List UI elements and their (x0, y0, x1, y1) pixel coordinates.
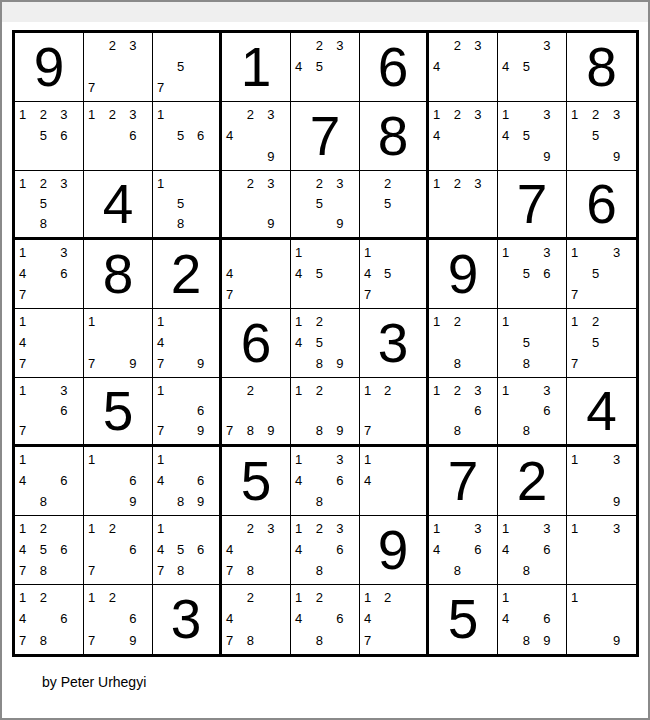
candidate-digit: 8 (40, 491, 61, 512)
candidate-digit: 1 (19, 242, 40, 263)
candidate-digit: 8 (247, 421, 268, 441)
empty-candidate-slot (613, 608, 634, 629)
cell-r2c7[interactable]: 1234 (429, 102, 498, 171)
cell-r4c6[interactable]: 1457 (360, 240, 429, 309)
candidate-digit: 1 (295, 587, 316, 608)
empty-candidate-slot (523, 146, 544, 167)
candidate-digit: 4 (295, 56, 316, 77)
candidate-digit: 6 (543, 608, 564, 629)
empty-candidate-slot (60, 421, 81, 441)
candidate-digit: 5 (384, 263, 404, 284)
empty-candidate-slot (177, 173, 197, 193)
empty-candidate-slot (474, 56, 495, 77)
candidate-grid: 1257 (567, 309, 636, 377)
candidate-digit: 3 (267, 104, 288, 125)
cell-r8c5[interactable]: 123468 (291, 516, 360, 585)
cell-r7c6[interactable]: 14 (360, 447, 429, 516)
empty-candidate-slot (336, 380, 357, 400)
candidate-digit: 4 (502, 56, 523, 77)
empty-candidate-slot (523, 311, 544, 332)
cell-r5c9[interactable]: 1257 (567, 309, 636, 378)
empty-candidate-slot (267, 539, 288, 560)
cell-r5c5[interactable]: 124589 (291, 309, 360, 378)
cell-r7c2[interactable]: 169 (84, 447, 153, 516)
candidate-digit: 3 (129, 35, 150, 56)
candidate-digit: 1 (157, 173, 177, 193)
candidate-digit: 9 (267, 146, 288, 167)
candidate-grid: 19 (567, 585, 636, 654)
empty-candidate-slot (316, 284, 337, 305)
candidate-digit: 2 (592, 311, 613, 332)
empty-candidate-slot (404, 380, 424, 400)
empty-candidate-slot (404, 421, 424, 441)
empty-candidate-slot (384, 242, 404, 263)
empty-candidate-slot (109, 630, 130, 651)
candidate-grid: 1247 (360, 585, 426, 654)
empty-candidate-slot (592, 449, 613, 470)
empty-candidate-slot (404, 630, 424, 651)
cell-r3c1[interactable]: 12358 (15, 171, 84, 240)
candidate-grid: 179 (84, 309, 152, 377)
cell-r2c4[interactable]: 2349 (222, 102, 291, 171)
empty-candidate-slot (109, 449, 130, 470)
cell-r5c3[interactable]: 1479 (153, 309, 222, 378)
candidate-grid: 25 (360, 171, 426, 237)
empty-candidate-slot (157, 56, 177, 77)
empty-candidate-slot (543, 421, 564, 441)
empty-candidate-slot (592, 587, 613, 608)
empty-candidate-slot (571, 332, 592, 353)
candidate-digit: 9 (613, 146, 634, 167)
cell-r6c3[interactable]: 1679 (153, 378, 222, 447)
empty-candidate-slot (40, 311, 61, 332)
empty-candidate-slot (336, 56, 357, 77)
candidate-grid: 239 (222, 171, 290, 237)
cell-r5c2[interactable]: 179 (84, 309, 153, 378)
cell-r3c4[interactable]: 239 (222, 171, 291, 240)
empty-candidate-slot (543, 284, 564, 305)
empty-candidate-slot (129, 587, 150, 608)
empty-candidate-slot (40, 421, 61, 441)
cell-r1c8[interactable]: 345 (498, 33, 567, 102)
empty-candidate-slot (19, 214, 40, 234)
empty-candidate-slot (474, 332, 495, 353)
candidate-digit: 6 (543, 539, 564, 560)
candidate-digit: 7 (157, 560, 177, 581)
cell-r2c2[interactable]: 1236 (84, 102, 153, 171)
cell-r7c3[interactable]: 14689 (153, 447, 222, 516)
cell-r5c1[interactable]: 147 (15, 309, 84, 378)
empty-candidate-slot (404, 470, 424, 491)
empty-candidate-slot (336, 587, 357, 608)
cell-r6c9: 4 (567, 378, 636, 447)
empty-candidate-slot (40, 146, 61, 167)
candidate-digit: 3 (543, 242, 564, 263)
empty-candidate-slot (197, 35, 217, 56)
cell-r5c7[interactable]: 128 (429, 309, 498, 378)
candidate-digit: 7 (157, 421, 177, 441)
empty-candidate-slot (384, 284, 404, 305)
empty-candidate-slot (177, 35, 197, 56)
candidate-digit: 3 (543, 518, 564, 539)
cell-r9c2[interactable]: 12679 (84, 585, 153, 654)
cell-r9c3: 3 (153, 585, 222, 654)
empty-candidate-slot (88, 56, 109, 77)
empty-candidate-slot (613, 539, 634, 560)
candidate-digit: 4 (226, 125, 247, 146)
empty-candidate-slot (404, 284, 424, 305)
empty-candidate-slot (543, 353, 564, 374)
candidate-grid: 23478 (222, 516, 290, 584)
empty-candidate-slot (592, 539, 613, 560)
candidate-grid: 2349 (222, 102, 290, 170)
empty-candidate-slot (433, 421, 454, 441)
candidate-digit: 4 (19, 332, 40, 353)
empty-candidate-slot (40, 353, 61, 374)
empty-candidate-slot (247, 242, 268, 263)
candidate-digit: 6 (60, 263, 81, 284)
candidate-digit: 3 (60, 173, 81, 193)
empty-candidate-slot (60, 491, 81, 512)
empty-candidate-slot (523, 242, 544, 263)
cell-r8c2[interactable]: 1267 (84, 516, 153, 585)
empty-candidate-slot (384, 449, 404, 470)
candidate-digit: 1 (19, 380, 40, 400)
cell-r6c1[interactable]: 1367 (15, 378, 84, 447)
empty-candidate-slot (543, 311, 564, 332)
cell-r4c5[interactable]: 145 (291, 240, 360, 309)
candidate-digit: 8 (247, 560, 268, 581)
candidate-digit: 3 (267, 518, 288, 539)
empty-candidate-slot (523, 587, 544, 608)
candidate-grid: 1367 (15, 378, 83, 444)
candidate-digit: 2 (316, 311, 337, 332)
empty-candidate-slot (384, 400, 404, 420)
empty-candidate-slot (433, 353, 454, 374)
cell-r2c1[interactable]: 12356 (15, 102, 84, 171)
empty-candidate-slot (157, 35, 177, 56)
cell-r2c3[interactable]: 156 (153, 102, 222, 171)
cell-r3c5[interactable]: 2359 (291, 171, 360, 240)
candidate-digit: 9 (197, 491, 217, 512)
empty-candidate-slot (226, 380, 247, 400)
cell-r9c5[interactable]: 12468 (291, 585, 360, 654)
candidate-grid: 147 (15, 309, 83, 377)
empty-candidate-slot (295, 284, 316, 305)
cell-r6c5[interactable]: 1289 (291, 378, 360, 447)
candidate-digit: 8 (316, 421, 337, 441)
cell-r2c9[interactable]: 12359 (567, 102, 636, 171)
empty-candidate-slot (316, 242, 337, 263)
candidate-grid: 139 (567, 447, 636, 515)
empty-candidate-slot (226, 146, 247, 167)
empty-candidate-slot (336, 400, 357, 420)
empty-candidate-slot (295, 400, 316, 420)
empty-candidate-slot (177, 311, 197, 332)
candidate-grid: 1468 (15, 447, 83, 515)
empty-candidate-slot (40, 608, 61, 629)
cell-r9c8[interactable]: 14689 (498, 585, 567, 654)
cell-r6c8[interactable]: 1368 (498, 378, 567, 447)
candidate-digit: 1 (295, 449, 316, 470)
candidate-digit: 6 (197, 470, 217, 491)
empty-candidate-slot (295, 77, 316, 98)
empty-candidate-slot (316, 214, 337, 234)
cell-r2c5: 7 (291, 102, 360, 171)
candidate-digit: 4 (157, 332, 177, 353)
empty-candidate-slot (404, 400, 424, 420)
candidate-digit: 5 (523, 125, 544, 146)
cell-r8c8[interactable]: 13468 (498, 516, 567, 585)
candidate-digit: 2 (454, 104, 475, 125)
candidate-digit: 1 (157, 518, 177, 539)
empty-candidate-slot (247, 146, 268, 167)
cell-r9c4[interactable]: 2478 (222, 585, 291, 654)
candidate-digit: 1 (364, 242, 384, 263)
given-digit: 6 (241, 316, 272, 371)
candidate-digit: 3 (543, 104, 564, 125)
empty-candidate-slot (474, 146, 495, 167)
cell-r4c9[interactable]: 1357 (567, 240, 636, 309)
candidate-digit: 2 (40, 518, 61, 539)
given-digit: 7 (310, 109, 341, 164)
candidate-digit: 2 (40, 587, 61, 608)
empty-candidate-slot (177, 146, 197, 167)
candidate-digit: 3 (474, 380, 495, 400)
candidate-digit: 1 (433, 518, 454, 539)
cell-r9c6[interactable]: 1247 (360, 585, 429, 654)
empty-candidate-slot (267, 630, 288, 651)
given-digit: 4 (586, 384, 617, 439)
cell-r7c1[interactable]: 1468 (15, 447, 84, 516)
empty-candidate-slot (592, 491, 613, 512)
cell-r2c8[interactable]: 13459 (498, 102, 567, 171)
empty-candidate-slot (177, 77, 197, 98)
given-digit: 1 (241, 40, 272, 95)
candidate-digit: 1 (502, 587, 523, 608)
empty-candidate-slot (316, 77, 337, 98)
candidate-grid: 123 (429, 171, 497, 237)
candidate-grid: 124589 (291, 309, 359, 377)
candidate-digit: 4 (502, 539, 523, 560)
candidate-digit: 7 (88, 77, 109, 98)
cell-r8c4[interactable]: 23478 (222, 516, 291, 585)
candidate-digit: 2 (109, 35, 130, 56)
cell-r8c9[interactable]: 13 (567, 516, 636, 585)
candidate-digit: 8 (316, 630, 337, 651)
empty-candidate-slot (336, 311, 357, 332)
cell-r4c8[interactable]: 1356 (498, 240, 567, 309)
empty-candidate-slot (19, 400, 40, 420)
empty-candidate-slot (226, 242, 247, 263)
empty-candidate-slot (613, 470, 634, 491)
empty-candidate-slot (502, 630, 523, 651)
empty-candidate-slot (336, 77, 357, 98)
empty-candidate-slot (88, 125, 109, 146)
candidate-digit: 9 (613, 630, 634, 651)
cell-r2c6: 8 (360, 102, 429, 171)
cell-r3c6[interactable]: 25 (360, 171, 429, 240)
given-digit: 7 (448, 454, 479, 509)
cell-r6c6[interactable]: 127 (360, 378, 429, 447)
empty-candidate-slot (129, 311, 150, 332)
cell-r9c9[interactable]: 19 (567, 585, 636, 654)
empty-candidate-slot (197, 518, 217, 539)
candidate-digit: 6 (60, 608, 81, 629)
candidate-grid: 47 (222, 240, 290, 308)
candidate-grid: 12679 (84, 585, 152, 654)
cell-r5c4: 6 (222, 309, 291, 378)
empty-candidate-slot (197, 380, 217, 400)
candidate-digit: 6 (197, 400, 217, 420)
candidate-digit: 2 (316, 35, 337, 56)
given-digit: 7 (517, 177, 548, 232)
given-digit: 5 (241, 454, 272, 509)
cell-r1c2[interactable]: 237 (84, 33, 153, 102)
candidate-digit: 2 (247, 173, 268, 193)
empty-candidate-slot (364, 173, 384, 193)
candidate-digit: 6 (129, 608, 150, 629)
empty-candidate-slot (88, 35, 109, 56)
empty-candidate-slot (592, 242, 613, 263)
empty-candidate-slot (384, 421, 404, 441)
cell-r5c8[interactable]: 158 (498, 309, 567, 378)
cell-r1c3[interactable]: 57 (153, 33, 222, 102)
candidate-digit: 4 (19, 608, 40, 629)
cell-r6c4[interactable]: 2789 (222, 378, 291, 447)
candidate-digit: 2 (316, 587, 337, 608)
empty-candidate-slot (523, 539, 544, 560)
cell-r1c7[interactable]: 234 (429, 33, 498, 102)
candidate-grid: 145678 (153, 516, 219, 584)
empty-candidate-slot (60, 214, 81, 234)
cell-r3c8: 7 (498, 171, 567, 240)
empty-candidate-slot (40, 400, 61, 420)
candidate-digit: 9 (336, 214, 357, 234)
cell-r1c9: 8 (567, 33, 636, 102)
empty-candidate-slot (197, 311, 217, 332)
candidate-digit: 3 (267, 173, 288, 193)
candidate-digit: 7 (88, 630, 109, 651)
empty-candidate-slot (60, 587, 81, 608)
candidate-digit: 1 (19, 449, 40, 470)
candidate-digit: 1 (433, 173, 454, 193)
candidate-digit: 5 (177, 125, 197, 146)
empty-candidate-slot (502, 263, 523, 284)
empty-candidate-slot (226, 587, 247, 608)
empty-candidate-slot (197, 77, 217, 98)
empty-candidate-slot (571, 491, 592, 512)
empty-candidate-slot (247, 539, 268, 560)
cell-r8c7[interactable]: 13468 (429, 516, 498, 585)
cell-r8c1[interactable]: 1245678 (15, 516, 84, 585)
cell-r8c3[interactable]: 145678 (153, 516, 222, 585)
empty-candidate-slot (40, 263, 61, 284)
empty-candidate-slot (197, 104, 217, 125)
cell-r7c9[interactable]: 139 (567, 447, 636, 516)
candidate-digit: 1 (19, 587, 40, 608)
empty-candidate-slot (197, 193, 217, 213)
candidate-digit: 1 (502, 380, 523, 400)
empty-candidate-slot (177, 332, 197, 353)
candidate-grid: 1289 (291, 378, 359, 444)
cell-r3c7[interactable]: 123 (429, 171, 498, 240)
empty-candidate-slot (60, 146, 81, 167)
cell-r5c6: 3 (360, 309, 429, 378)
empty-candidate-slot (267, 608, 288, 629)
empty-candidate-slot (454, 332, 475, 353)
candidate-digit: 7 (364, 421, 384, 441)
cell-r3c3[interactable]: 158 (153, 171, 222, 240)
empty-candidate-slot (129, 146, 150, 167)
empty-candidate-slot (523, 35, 544, 56)
candidate-digit: 6 (129, 539, 150, 560)
candidate-digit: 9 (543, 630, 564, 651)
cell-r4c4[interactable]: 47 (222, 240, 291, 309)
candidate-digit: 7 (364, 284, 384, 305)
cell-r6c7[interactable]: 12368 (429, 378, 498, 447)
empty-candidate-slot (316, 608, 337, 629)
candidate-digit: 6 (336, 539, 357, 560)
candidate-digit: 2 (384, 587, 404, 608)
cell-r1c5[interactable]: 2345 (291, 33, 360, 102)
candidate-digit: 9 (129, 353, 150, 374)
empty-candidate-slot (267, 242, 288, 263)
empty-candidate-slot (364, 491, 384, 512)
candidate-digit: 5 (384, 193, 404, 213)
candidate-digit: 7 (19, 630, 40, 651)
candidate-digit: 8 (40, 560, 61, 581)
empty-candidate-slot (543, 77, 564, 98)
candidate-digit: 8 (316, 560, 337, 581)
candidate-digit: 8 (523, 630, 544, 651)
candidate-digit: 3 (543, 35, 564, 56)
empty-candidate-slot (129, 56, 150, 77)
candidate-grid: 345 (498, 33, 566, 101)
candidate-grid: 2789 (222, 378, 290, 444)
candidate-digit: 3 (60, 380, 81, 400)
empty-candidate-slot (247, 125, 268, 146)
cell-r7c5[interactable]: 13468 (291, 447, 360, 516)
empty-candidate-slot (295, 35, 316, 56)
candidate-digit: 9 (197, 353, 217, 374)
cell-r4c1[interactable]: 13467 (15, 240, 84, 309)
empty-candidate-slot (474, 421, 495, 441)
candidate-digit: 8 (247, 630, 268, 651)
empty-candidate-slot (109, 491, 130, 512)
empty-candidate-slot (336, 284, 357, 305)
candidate-digit: 6 (60, 400, 81, 420)
candidate-digit: 5 (523, 56, 544, 77)
candidate-digit: 2 (109, 104, 130, 125)
empty-candidate-slot (523, 284, 544, 305)
cell-r7c4: 5 (222, 447, 291, 516)
candidate-digit: 8 (177, 491, 197, 512)
empty-candidate-slot (129, 518, 150, 539)
empty-candidate-slot (474, 311, 495, 332)
empty-candidate-slot (129, 449, 150, 470)
empty-candidate-slot (404, 263, 424, 284)
empty-candidate-slot (571, 146, 592, 167)
candidate-grid: 145 (291, 240, 359, 308)
empty-candidate-slot (613, 587, 634, 608)
candidate-digit: 1 (364, 449, 384, 470)
empty-candidate-slot (247, 263, 268, 284)
empty-candidate-slot (226, 104, 247, 125)
candidate-digit: 2 (247, 104, 268, 125)
candidate-digit: 7 (571, 284, 592, 305)
cell-r9c1[interactable]: 124678 (15, 585, 84, 654)
